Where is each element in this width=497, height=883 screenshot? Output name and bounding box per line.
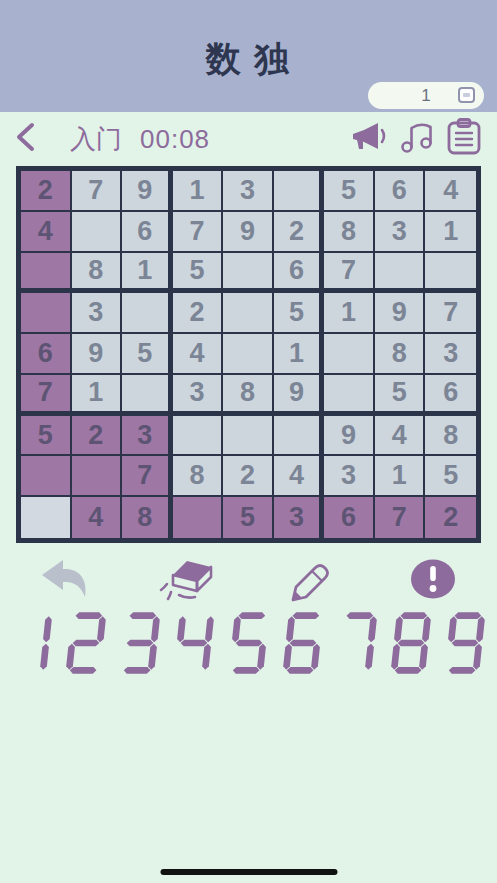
board-cell-r4c2[interactable]: 3: [72, 293, 123, 334]
sound-on-icon: [351, 120, 389, 158]
board-cell-r2c9[interactable]: 1: [425, 212, 476, 253]
pencil-icon: [285, 554, 335, 607]
board-cell-r7c5[interactable]: [223, 416, 274, 457]
board-cell-r8c9[interactable]: 5: [425, 456, 476, 497]
board-cell-r7c4[interactable]: [173, 416, 224, 457]
board-cell-r6c6[interactable]: 9: [274, 375, 325, 416]
exclamation-circle-icon: [409, 558, 457, 603]
undo-button[interactable]: [36, 556, 92, 604]
board-cell-r9c7[interactable]: 6: [324, 497, 375, 538]
board-cell-r1c7[interactable]: 5: [324, 171, 375, 212]
board-cell-r6c4[interactable]: 3: [173, 375, 224, 416]
board-cell-r1c3[interactable]: 9: [122, 171, 173, 212]
board-cell-r8c6[interactable]: 4: [274, 456, 325, 497]
board-cell-r4c4[interactable]: 2: [173, 293, 224, 334]
board-cell-r6c9[interactable]: 6: [425, 375, 476, 416]
board-cell-r5c9[interactable]: 3: [425, 334, 476, 375]
board-cell-r8c5[interactable]: 2: [223, 456, 274, 497]
board-cell-r6c2[interactable]: 1: [72, 375, 123, 416]
numpad-digit-3[interactable]: [117, 611, 163, 675]
board-cell-r1c8[interactable]: 6: [375, 171, 426, 212]
board-cell-r5c4[interactable]: 4: [173, 334, 224, 375]
board-cell-r5c2[interactable]: 9: [72, 334, 123, 375]
erase-button[interactable]: [159, 556, 215, 604]
board-cell-r4c8[interactable]: 9: [375, 293, 426, 334]
number-pad: [0, 611, 497, 675]
board-cell-r4c1[interactable]: [21, 293, 72, 334]
board-cell-r2c4[interactable]: 7: [173, 212, 224, 253]
board-cell-r9c5[interactable]: 5: [223, 497, 274, 538]
board-cell-r1c9[interactable]: 4: [425, 171, 476, 212]
board-cell-r3c9[interactable]: [425, 253, 476, 294]
board-cell-r4c7[interactable]: 1: [324, 293, 375, 334]
numpad-digit-8[interactable]: [388, 611, 434, 675]
board-cell-r6c8[interactable]: 5: [375, 375, 426, 416]
home-indicator: [160, 869, 337, 875]
board-cell-r4c6[interactable]: 5: [274, 293, 325, 334]
board-cell-r9c9[interactable]: 2: [425, 497, 476, 538]
board-cell-r2c5[interactable]: 9: [223, 212, 274, 253]
board-cell-r7c9[interactable]: 8: [425, 416, 476, 457]
board-cell-r2c7[interactable]: 8: [324, 212, 375, 253]
board-cell-r7c8[interactable]: 4: [375, 416, 426, 457]
board-cell-r3c3[interactable]: 1: [122, 253, 173, 294]
page-title: 数 独: [0, 0, 497, 83]
board-cell-r5c6[interactable]: 1: [274, 334, 325, 375]
board-cell-r1c4[interactable]: 1: [173, 171, 224, 212]
board-cell-r3c5[interactable]: [223, 253, 274, 294]
board-cell-r9c6[interactable]: 3: [274, 497, 325, 538]
board-cell-r4c5[interactable]: [223, 293, 274, 334]
board-cell-r7c2[interactable]: 2: [72, 416, 123, 457]
board-cell-r8c3[interactable]: 7: [122, 456, 173, 497]
hint-counter-pill[interactable]: 1: [368, 82, 484, 109]
notes-button[interactable]: [445, 120, 483, 158]
ad-reward-badge-icon: [458, 87, 475, 103]
numpad-digit-9[interactable]: [442, 611, 488, 675]
game-timer: 00:08: [140, 124, 210, 155]
numpad-digit-4[interactable]: [171, 611, 217, 675]
board-cell-r5c8[interactable]: 8: [375, 334, 426, 375]
board-cell-r3c4[interactable]: 5: [173, 253, 224, 294]
board-cell-r9c8[interactable]: 7: [375, 497, 426, 538]
board-cell-r8c8[interactable]: 1: [375, 456, 426, 497]
board-cell-r3c8[interactable]: [375, 253, 426, 294]
board-cell-r6c7[interactable]: [324, 375, 375, 416]
action-bar: [0, 556, 497, 604]
board-cell-r1c1[interactable]: 2: [21, 171, 72, 212]
numpad-digit-6[interactable]: [280, 611, 326, 675]
numpad-digit-5[interactable]: [226, 611, 272, 675]
board-cell-r6c3[interactable]: [122, 375, 173, 416]
music-toggle-button[interactable]: [398, 120, 436, 158]
numpad-digit-7[interactable]: [334, 611, 380, 675]
board-cell-r5c3[interactable]: 5: [122, 334, 173, 375]
difficulty-label: 入门: [70, 122, 122, 157]
board-cell-r9c4[interactable]: [173, 497, 224, 538]
board-cell-r3c6[interactable]: 6: [274, 253, 325, 294]
board-cell-r4c9[interactable]: 7: [425, 293, 476, 334]
board-cell-r5c1[interactable]: 6: [21, 334, 72, 375]
board-cell-r8c1[interactable]: [21, 456, 72, 497]
board-cell-r6c5[interactable]: 8: [223, 375, 274, 416]
hint-button[interactable]: [405, 556, 461, 604]
app-header: 数 独 1: [0, 0, 497, 112]
board-cell-r3c2[interactable]: 8: [72, 253, 123, 294]
board-cell-r2c3[interactable]: 6: [122, 212, 173, 253]
board-cell-r5c7[interactable]: [324, 334, 375, 375]
numpad-digit-2[interactable]: [63, 611, 109, 675]
board-cell-r8c4[interactable]: 8: [173, 456, 224, 497]
board-cell-r7c6[interactable]: [274, 416, 325, 457]
board-cell-r3c1[interactable]: [21, 253, 72, 294]
board-cell-r2c8[interactable]: 3: [375, 212, 426, 253]
eraser-icon: [159, 554, 215, 607]
board-cell-r5c5[interactable]: [223, 334, 274, 375]
music-note-icon: [399, 119, 435, 159]
board-cell-r7c1[interactable]: 5: [21, 416, 72, 457]
board-cell-r7c3[interactable]: 3: [122, 416, 173, 457]
chevron-left-icon: [14, 121, 36, 157]
pencil-notes-button[interactable]: [282, 556, 338, 604]
board-cell-r1c2[interactable]: 7: [72, 171, 123, 212]
sudoku-board: 2791356446792831815673251976954183713895…: [16, 166, 481, 543]
board-cell-r9c3[interactable]: 8: [122, 497, 173, 538]
numpad-digit-1[interactable]: [9, 611, 55, 675]
board-cell-r4c3[interactable]: [122, 293, 173, 334]
sound-toggle-button[interactable]: [351, 120, 389, 158]
board-cell-r8c2[interactable]: [72, 456, 123, 497]
board-cell-r2c1[interactable]: 4: [21, 212, 72, 253]
board-cell-r8c7[interactable]: 3: [324, 456, 375, 497]
game-toolbar: 入门 00:08: [0, 112, 497, 166]
board-cell-r6c1[interactable]: 7: [21, 375, 72, 416]
undo-arrow-icon: [38, 557, 90, 604]
board-cell-r2c2[interactable]: [72, 212, 123, 253]
board-cell-r1c6[interactable]: [274, 171, 325, 212]
notes-clipboard-icon: [446, 118, 482, 160]
board-cell-r7c7[interactable]: 9: [324, 416, 375, 457]
board-cell-r9c2[interactable]: 4: [72, 497, 123, 538]
board-cell-r9c1[interactable]: [21, 497, 72, 538]
back-button[interactable]: [14, 123, 40, 155]
board-cell-r3c7[interactable]: 7: [324, 253, 375, 294]
board-cell-r1c5[interactable]: 3: [223, 171, 274, 212]
board-cell-r2c6[interactable]: 2: [274, 212, 325, 253]
